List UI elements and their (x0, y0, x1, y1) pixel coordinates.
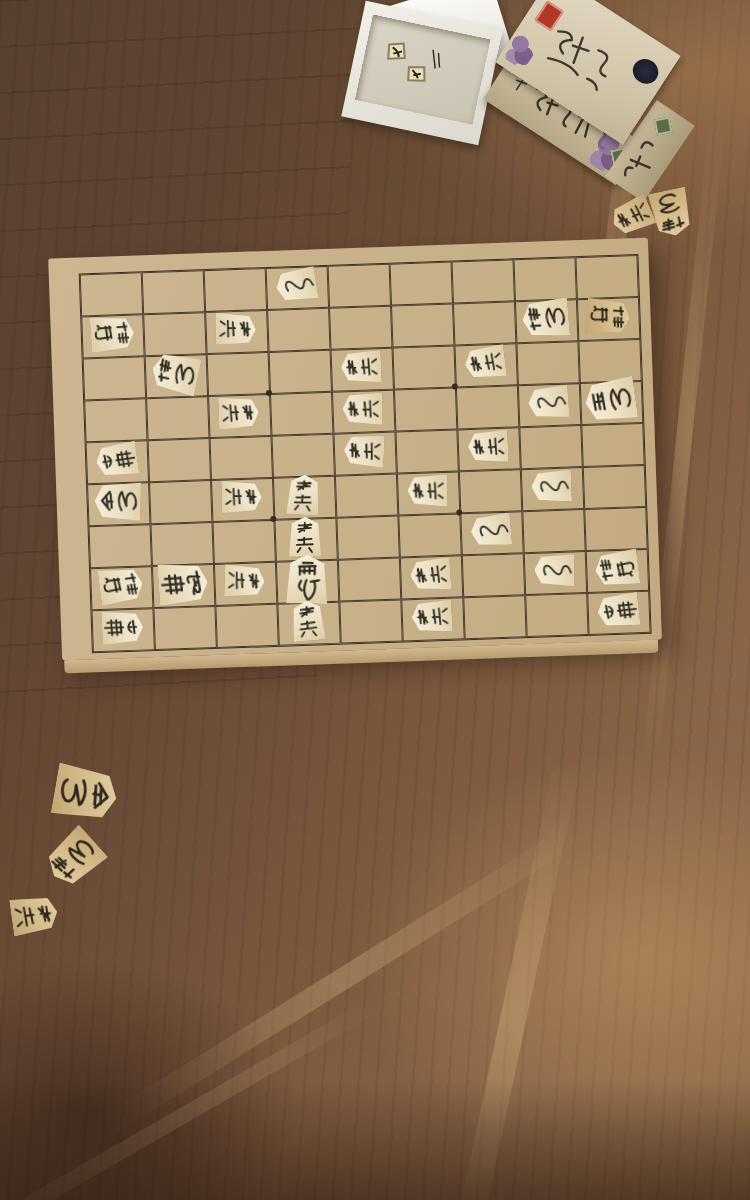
board-cell-r4c2 (210, 436, 273, 480)
board-cell-r0c6 (452, 259, 515, 303)
board-cell-r6c0 (89, 524, 152, 568)
board-cell-r1c6 (453, 301, 516, 345)
board-cell-r2c2 (207, 352, 270, 396)
piece-kanji-glyph (539, 556, 574, 584)
piece-kanji-glyph (9, 897, 53, 934)
piece-kanji-glyph (157, 564, 202, 602)
board-cell-r5c8 (583, 465, 646, 509)
board-cell-r3c6 (456, 385, 519, 429)
piece-kanji-glyph (416, 602, 453, 631)
board-cell-r8c1 (153, 606, 216, 650)
board-cell-r3c0 (84, 398, 147, 442)
shogi-piece-pawn[interactable] (343, 393, 383, 425)
piece-kanji-glyph (224, 566, 260, 595)
piece-kanji-glyph (412, 477, 447, 505)
board-cell-r1c4 (329, 306, 392, 350)
board-cell-r0c5 (390, 262, 453, 306)
board-cell-r6c4 (336, 516, 399, 560)
piece-kanji-glyph (218, 399, 254, 428)
board-cell-r2c5 (392, 345, 455, 389)
piece-kanji-glyph (598, 550, 639, 584)
board-cell-r2c7 (516, 341, 579, 385)
board-cell-r0c0 (80, 272, 143, 316)
board-cell-r0c8 (575, 255, 638, 299)
piece-kanji-glyph (100, 485, 141, 518)
board-cell-r2c0 (83, 356, 146, 400)
shogi-board (48, 238, 662, 661)
piece-kanji-glyph (288, 560, 324, 604)
board-cell-r4c5 (395, 429, 458, 473)
piece-kanji-glyph (527, 300, 570, 336)
piece-kanji-glyph (601, 594, 640, 626)
board-cell-r8c6 (463, 595, 526, 639)
piece-kanji-glyph (89, 317, 129, 350)
piece-kanji-glyph (288, 479, 318, 516)
board-cell-r4c1 (148, 438, 211, 482)
piece-kanji-glyph (97, 568, 138, 602)
board-cell-r0c4 (328, 264, 391, 308)
piece-kanji-glyph (589, 379, 638, 421)
table-bottom-shadow (0, 1080, 750, 1200)
board-cell-r6c8 (584, 507, 647, 551)
piece-kanji-glyph (348, 436, 385, 465)
shogi-piece-pawn[interactable] (289, 517, 321, 557)
piece-kanji-glyph (468, 346, 506, 378)
board-cell-r6c1 (150, 522, 213, 566)
piece-kanji-glyph (475, 515, 512, 545)
board-cell-r1c5 (391, 303, 454, 347)
piece-kanji-glyph (347, 395, 382, 423)
board-cell-r3c1 (146, 396, 209, 440)
piece-kanji-glyph (536, 472, 572, 501)
piece-kanji-glyph (291, 522, 319, 557)
shogi-piece-pawn[interactable] (222, 481, 262, 513)
piece-kanji-glyph (345, 352, 381, 381)
shogi-piece-pawn[interactable] (407, 474, 447, 506)
board-cell-r7c6 (462, 553, 525, 597)
board-cell-r7c4 (338, 558, 401, 602)
shogi-piece-tokin[interactable] (534, 554, 574, 586)
shogi-piece-box[interactable] (486, 0, 696, 182)
board-cell-r2c3 (269, 350, 332, 394)
piece-kanji-glyph (585, 300, 625, 333)
board-cell-r5c6 (459, 469, 522, 513)
board-cell-r5c1 (149, 480, 212, 524)
piece-kanji-glyph (293, 604, 323, 641)
board-cell-r8c7 (525, 593, 588, 637)
board-cell-r6c2 (212, 520, 275, 564)
board-cell-r3c3 (270, 392, 333, 436)
box-navy-crest (628, 54, 663, 88)
piece-kanji-glyph (279, 268, 318, 301)
board-cell-r3c5 (394, 387, 457, 431)
board-cell-r8c2 (215, 604, 278, 648)
board-cell-r4c8 (581, 423, 644, 467)
board-cell-r0c2 (204, 268, 267, 312)
piece-kanji-glyph (414, 559, 451, 589)
board-cell-r0c7 (513, 257, 576, 301)
board-cell-r1c1 (143, 312, 206, 356)
piece-kanji-glyph (216, 315, 252, 343)
board-cell-r5c4 (335, 474, 398, 518)
piece-kanji-glyph (222, 483, 257, 511)
board-cell-r0c1 (142, 270, 205, 314)
board-cell-r4c3 (271, 434, 334, 478)
piece-kanji-glyph (532, 387, 569, 417)
board-cell-r4c7 (519, 425, 582, 469)
board-cell-r8c4 (339, 599, 402, 643)
board-cell-r6c7 (522, 509, 585, 553)
board-cell-r6c5 (398, 513, 461, 557)
board-cell-r1c3 (267, 308, 330, 352)
piece-kanji-glyph (472, 432, 508, 461)
piece-kanji-glyph (101, 613, 138, 643)
